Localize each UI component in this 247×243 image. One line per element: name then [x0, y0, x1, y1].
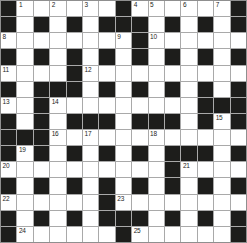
clue-number: 18: [150, 130, 157, 137]
white-cell[interactable]: [181, 114, 196, 129]
white-cell[interactable]: [198, 195, 213, 210]
white-cell[interactable]: [83, 162, 98, 177]
white-cell[interactable]: [214, 227, 229, 242]
white-cell[interactable]: [17, 162, 32, 177]
white-cell[interactable]: [99, 98, 114, 113]
white-cell[interactable]: [50, 162, 65, 177]
white-cell[interactable]: [17, 82, 32, 97]
black-cell: [67, 49, 82, 64]
black-cell: [198, 146, 213, 161]
black-cell: [198, 98, 213, 113]
clue-number: 15: [216, 114, 223, 121]
black-cell: [34, 49, 49, 64]
white-cell[interactable]: [149, 98, 164, 113]
white-cell[interactable]: 10: [149, 33, 164, 48]
white-cell[interactable]: [214, 130, 229, 145]
black-cell: [165, 178, 180, 193]
black-cell: [116, 17, 131, 32]
white-cell[interactable]: [83, 98, 98, 113]
clue-number: 20: [3, 162, 10, 169]
white-cell[interactable]: [50, 114, 65, 129]
black-cell: [231, 178, 246, 193]
clue-number: 4: [134, 1, 137, 8]
clue-number: 3: [84, 1, 87, 8]
clue-number: 2: [52, 1, 55, 8]
white-cell[interactable]: 11: [1, 66, 16, 81]
white-cell[interactable]: [116, 114, 131, 129]
white-cell[interactable]: [198, 1, 213, 16]
white-cell[interactable]: [67, 162, 82, 177]
white-cell[interactable]: [50, 17, 65, 32]
white-cell[interactable]: [99, 33, 114, 48]
white-cell[interactable]: [83, 33, 98, 48]
black-cell: [99, 146, 114, 161]
white-cell[interactable]: [99, 227, 114, 242]
clue-number: 9: [117, 33, 120, 40]
black-cell: [34, 82, 49, 97]
white-cell[interactable]: [50, 178, 65, 193]
white-cell[interactable]: [17, 178, 32, 193]
white-cell[interactable]: 25: [132, 227, 147, 242]
black-cell: [132, 82, 147, 97]
white-cell[interactable]: [99, 1, 114, 16]
white-cell[interactable]: [83, 178, 98, 193]
white-cell[interactable]: [149, 66, 164, 81]
black-cell: [99, 211, 114, 226]
black-cell: [34, 211, 49, 226]
white-cell[interactable]: [149, 82, 164, 97]
white-cell[interactable]: [198, 33, 213, 48]
black-cell: [132, 178, 147, 193]
white-cell[interactable]: 23: [116, 195, 131, 210]
black-cell: [165, 211, 180, 226]
white-cell[interactable]: [132, 162, 147, 177]
white-cell[interactable]: 24: [17, 227, 32, 242]
white-cell[interactable]: [149, 146, 164, 161]
white-cell[interactable]: 15: [214, 114, 229, 129]
black-cell: [165, 114, 180, 129]
white-cell[interactable]: [116, 66, 131, 81]
white-cell[interactable]: [181, 178, 196, 193]
black-cell: [116, 211, 131, 226]
white-cell[interactable]: [198, 227, 213, 242]
black-cell: [99, 49, 114, 64]
white-cell[interactable]: [34, 1, 49, 16]
white-cell[interactable]: [181, 195, 196, 210]
white-cell[interactable]: [116, 178, 131, 193]
black-cell: [116, 1, 131, 16]
black-cell: [34, 114, 49, 129]
black-cell: [132, 114, 147, 129]
white-cell[interactable]: [181, 227, 196, 242]
white-cell[interactable]: [214, 17, 229, 32]
white-cell[interactable]: [165, 98, 180, 113]
crossword-grid: 1234567891011121314151617181920212223242…: [0, 0, 247, 243]
white-cell[interactable]: 2: [50, 1, 65, 16]
black-cell: [214, 98, 229, 113]
black-cell: [67, 17, 82, 32]
white-cell[interactable]: [67, 195, 82, 210]
white-cell[interactable]: [34, 33, 49, 48]
clue-number: 13: [3, 98, 10, 105]
white-cell[interactable]: 21: [181, 162, 196, 177]
white-cell[interactable]: [50, 195, 65, 210]
white-cell[interactable]: [34, 227, 49, 242]
black-cell: [198, 211, 213, 226]
white-cell[interactable]: [50, 66, 65, 81]
black-cell: [181, 146, 196, 161]
black-cell: [198, 49, 213, 64]
white-cell[interactable]: 22: [1, 195, 16, 210]
white-cell[interactable]: [214, 146, 229, 161]
white-cell[interactable]: [198, 130, 213, 145]
black-cell: [99, 178, 114, 193]
white-cell[interactable]: [83, 211, 98, 226]
white-cell[interactable]: [67, 98, 82, 113]
black-cell: [1, 17, 16, 32]
black-cell: [132, 17, 147, 32]
clue-number: 19: [19, 146, 26, 153]
white-cell[interactable]: 6: [181, 1, 196, 16]
black-cell: [132, 33, 147, 48]
white-cell[interactable]: 20: [1, 162, 16, 177]
black-cell: [231, 82, 246, 97]
white-cell[interactable]: [181, 17, 196, 32]
white-cell[interactable]: 14: [50, 98, 65, 113]
white-cell[interactable]: [50, 33, 65, 48]
clue-number: 1: [19, 1, 22, 8]
crossword-board: 1234567891011121314151617181920212223242…: [0, 0, 247, 243]
white-cell[interactable]: 19: [17, 146, 32, 161]
black-cell: [231, 1, 246, 16]
white-cell[interactable]: [181, 49, 196, 64]
white-cell[interactable]: [214, 178, 229, 193]
white-cell[interactable]: [132, 98, 147, 113]
white-cell[interactable]: [17, 114, 32, 129]
black-cell: [17, 130, 32, 145]
white-cell[interactable]: [83, 17, 98, 32]
black-cell: [231, 17, 246, 32]
white-cell[interactable]: [149, 211, 164, 226]
white-cell[interactable]: 5: [149, 1, 164, 16]
white-cell[interactable]: [116, 146, 131, 161]
white-cell[interactable]: 4: [132, 1, 147, 16]
white-cell[interactable]: [50, 211, 65, 226]
clue-number: 5: [150, 1, 153, 8]
black-cell: [231, 146, 246, 161]
black-cell: [132, 49, 147, 64]
white-cell[interactable]: [181, 98, 196, 113]
white-cell[interactable]: [83, 146, 98, 161]
white-cell[interactable]: 8: [1, 33, 16, 48]
black-cell: [99, 114, 114, 129]
clue-number: 11: [3, 66, 9, 73]
white-cell[interactable]: 3: [83, 1, 98, 16]
clue-number: 22: [3, 195, 10, 202]
white-cell[interactable]: [99, 130, 114, 145]
black-cell: [99, 17, 114, 32]
black-cell: [231, 98, 246, 113]
white-cell[interactable]: [214, 66, 229, 81]
black-cell: [198, 17, 213, 32]
black-cell: [198, 114, 213, 129]
white-cell[interactable]: 9: [116, 33, 131, 48]
black-cell: [67, 114, 82, 129]
white-cell[interactable]: 12: [83, 66, 98, 81]
white-cell[interactable]: [116, 162, 131, 177]
white-cell[interactable]: [50, 146, 65, 161]
white-cell[interactable]: [231, 33, 246, 48]
black-cell: [1, 227, 16, 242]
black-cell: [1, 114, 16, 129]
black-cell: [34, 146, 49, 161]
black-cell: [67, 82, 82, 97]
black-cell: [132, 211, 147, 226]
white-cell[interactable]: [181, 33, 196, 48]
black-cell: [165, 49, 180, 64]
white-cell[interactable]: [165, 130, 180, 145]
white-cell[interactable]: 1: [17, 1, 32, 16]
white-cell[interactable]: [181, 66, 196, 81]
black-cell: [231, 211, 246, 226]
white-cell[interactable]: [149, 227, 164, 242]
clue-number: 10: [150, 33, 157, 40]
black-cell: [165, 146, 180, 161]
black-cell: [34, 130, 49, 145]
white-cell[interactable]: [165, 195, 180, 210]
white-cell[interactable]: [214, 82, 229, 97]
white-cell[interactable]: 17: [83, 130, 98, 145]
clue-number: 6: [183, 1, 186, 8]
white-cell[interactable]: [17, 211, 32, 226]
white-cell[interactable]: 13: [1, 98, 16, 113]
white-cell[interactable]: [17, 195, 32, 210]
black-cell: [1, 130, 16, 145]
white-cell[interactable]: [198, 66, 213, 81]
white-cell[interactable]: [214, 211, 229, 226]
white-cell[interactable]: [17, 49, 32, 64]
black-cell: [1, 1, 16, 16]
white-cell[interactable]: [67, 1, 82, 16]
black-cell: [1, 211, 16, 226]
black-cell: [1, 146, 16, 161]
clue-number: 25: [134, 227, 141, 234]
black-cell: [50, 82, 65, 97]
black-cell: [83, 114, 98, 129]
black-cell: [67, 146, 82, 161]
black-cell: [34, 178, 49, 193]
white-cell[interactable]: [231, 66, 246, 81]
black-cell: [231, 114, 246, 129]
white-cell[interactable]: [181, 211, 196, 226]
black-cell: [67, 211, 82, 226]
white-cell[interactable]: [181, 130, 196, 145]
white-cell[interactable]: [231, 195, 246, 210]
black-cell: [198, 178, 213, 193]
white-cell[interactable]: [165, 33, 180, 48]
black-cell: [1, 82, 16, 97]
black-cell: [34, 98, 49, 113]
white-cell[interactable]: [149, 178, 164, 193]
white-cell[interactable]: [231, 130, 246, 145]
black-cell: [198, 82, 213, 97]
white-cell[interactable]: [214, 162, 229, 177]
white-cell[interactable]: [181, 82, 196, 97]
white-cell[interactable]: [99, 162, 114, 177]
white-cell[interactable]: [17, 33, 32, 48]
clue-number: 12: [84, 66, 91, 73]
white-cell[interactable]: [116, 82, 131, 97]
white-cell[interactable]: [50, 227, 65, 242]
black-cell: [231, 227, 246, 242]
clue-number: 14: [52, 98, 59, 105]
white-cell[interactable]: [149, 17, 164, 32]
clue-number: 16: [52, 130, 59, 137]
white-cell[interactable]: [17, 98, 32, 113]
white-cell[interactable]: [231, 162, 246, 177]
white-cell[interactable]: [214, 33, 229, 48]
white-cell[interactable]: [132, 195, 147, 210]
black-cell: [116, 227, 131, 242]
black-cell: [165, 162, 180, 177]
white-cell[interactable]: [99, 66, 114, 81]
white-cell[interactable]: [67, 33, 82, 48]
clue-number: 23: [117, 195, 124, 202]
black-cell: [165, 17, 180, 32]
black-cell: [1, 49, 16, 64]
clue-number: 8: [3, 33, 6, 40]
white-cell[interactable]: [116, 49, 131, 64]
black-cell: [132, 146, 147, 161]
white-cell[interactable]: [83, 49, 98, 64]
clue-number: 17: [84, 130, 91, 137]
white-cell[interactable]: [149, 162, 164, 177]
white-cell[interactable]: [67, 227, 82, 242]
white-cell[interactable]: [34, 195, 49, 210]
white-cell[interactable]: [165, 1, 180, 16]
white-cell[interactable]: 16: [50, 130, 65, 145]
black-cell: [67, 178, 82, 193]
clue-number: 21: [183, 162, 190, 169]
black-cell: [165, 82, 180, 97]
white-cell[interactable]: [116, 98, 131, 113]
white-cell[interactable]: [67, 130, 82, 145]
white-cell[interactable]: [17, 17, 32, 32]
white-cell[interactable]: [50, 49, 65, 64]
white-cell[interactable]: [17, 66, 32, 81]
white-cell[interactable]: [198, 162, 213, 177]
white-cell[interactable]: [83, 195, 98, 210]
black-cell: [99, 82, 114, 97]
clue-number: 24: [19, 227, 26, 234]
black-cell: [34, 17, 49, 32]
white-cell[interactable]: [214, 49, 229, 64]
white-cell[interactable]: [149, 195, 164, 210]
black-cell: [99, 195, 114, 210]
black-cell: [149, 114, 164, 129]
white-cell[interactable]: [214, 195, 229, 210]
white-cell[interactable]: 18: [149, 130, 164, 145]
white-cell[interactable]: [132, 130, 147, 145]
black-cell: [1, 178, 16, 193]
white-cell[interactable]: [34, 162, 49, 177]
white-cell[interactable]: 7: [214, 1, 229, 16]
black-cell: [231, 49, 246, 64]
white-cell[interactable]: [165, 66, 180, 81]
white-cell[interactable]: [34, 66, 49, 81]
black-cell: [67, 66, 82, 81]
white-cell[interactable]: [149, 49, 164, 64]
white-cell[interactable]: [116, 130, 131, 145]
clue-number: 7: [216, 1, 219, 8]
white-cell[interactable]: [165, 227, 180, 242]
white-cell[interactable]: [83, 82, 98, 97]
white-cell[interactable]: [132, 66, 147, 81]
white-cell[interactable]: [83, 227, 98, 242]
